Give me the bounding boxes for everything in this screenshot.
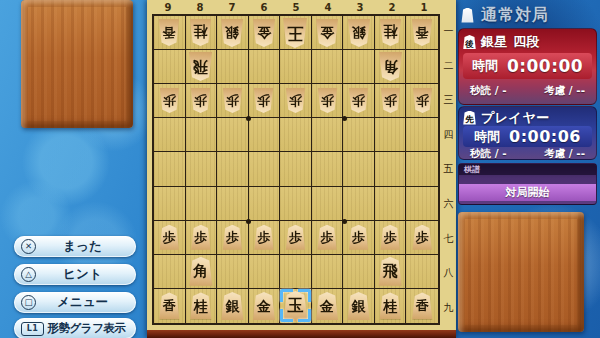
player-time-value: 0:00:06: [509, 127, 581, 146]
square-1八[interactable]: [406, 255, 438, 289]
player-thinking: 考慮 / --: [544, 147, 585, 161]
kifu-panel: 棋譜 対局開始: [458, 163, 597, 205]
gote-piece-桂[interactable]: 桂: [189, 19, 212, 46]
square-4五[interactable]: [312, 152, 344, 186]
gote-badge-icon: 後: [463, 35, 476, 49]
kifu-entry-game-start[interactable]: 対局開始: [459, 184, 596, 201]
gote-piece-飛[interactable]: 飛: [188, 52, 213, 81]
rank-label-9: 九: [441, 290, 456, 325]
rank-label-8: 八: [441, 256, 456, 291]
square-1四[interactable]: [406, 118, 438, 152]
square-2五[interactable]: [375, 152, 407, 186]
gote-piece-銀[interactable]: 銀: [347, 19, 371, 47]
square-3九[interactable]: 銀: [343, 289, 375, 323]
square-button-icon: □: [21, 295, 36, 310]
board-grid: 香桂銀金王金銀桂香飛角歩歩歩歩歩歩歩歩歩歩歩歩歩歩歩歩歩歩角飛香桂銀金玉金銀桂香: [152, 14, 440, 325]
kifu-header: 棋譜: [459, 164, 596, 175]
sente-piece-金[interactable]: 金: [252, 292, 276, 320]
square-4六[interactable]: [312, 187, 344, 221]
square-3八[interactable]: [343, 255, 375, 289]
square-5二[interactable]: [280, 50, 312, 84]
square-2七[interactable]: 歩: [375, 221, 407, 255]
square-4四[interactable]: [312, 118, 344, 152]
square-9三[interactable]: 歩: [154, 84, 186, 118]
square-3一[interactable]: 銀: [343, 16, 375, 50]
player-byoyomi: 秒読 / -: [470, 147, 507, 161]
square-7六[interactable]: [217, 187, 249, 221]
file-label-2: 2: [376, 0, 408, 14]
square-1五[interactable]: [406, 152, 438, 186]
rank-label-5: 五: [441, 152, 456, 187]
gote-piece-香[interactable]: 香: [411, 19, 433, 46]
square-2二[interactable]: 角: [375, 50, 407, 84]
sente-piece-歩[interactable]: 歩: [412, 225, 433, 250]
square-9八[interactable]: [154, 255, 186, 289]
square-7四[interactable]: [217, 118, 249, 152]
sente-piece-銀[interactable]: 銀: [220, 292, 244, 320]
square-3六[interactable]: [343, 187, 375, 221]
sente-piece-金[interactable]: 金: [315, 292, 339, 320]
square-6六[interactable]: [249, 187, 281, 221]
matta-button[interactable]: ✕ まった: [14, 236, 136, 257]
sente-piece-歩[interactable]: 歩: [380, 225, 401, 250]
sente-piece-桂[interactable]: 桂: [379, 292, 402, 319]
hoshi-dot: [246, 116, 251, 121]
gote-piece-歩[interactable]: 歩: [317, 88, 338, 113]
square-8五[interactable]: [186, 152, 218, 186]
gote-piece-金[interactable]: 金: [315, 19, 339, 47]
sente-piece-飛[interactable]: 飛: [378, 257, 403, 286]
gote-piece-王[interactable]: 王: [282, 18, 308, 48]
square-9七[interactable]: 歩: [154, 221, 186, 255]
square-2九[interactable]: 桂: [375, 289, 407, 323]
sente-piece-歩[interactable]: 歩: [253, 225, 274, 250]
square-5五[interactable]: [280, 152, 312, 186]
gote-piece-歩[interactable]: 歩: [222, 88, 243, 113]
square-7七[interactable]: 歩: [217, 221, 249, 255]
opponent-byoyomi-row: 秒読 / - 考慮 / --: [463, 79, 592, 102]
square-6五[interactable]: [249, 152, 281, 186]
square-9二[interactable]: [154, 50, 186, 84]
cross-button-icon: ✕: [21, 239, 36, 254]
square-4三[interactable]: 歩: [312, 84, 344, 118]
sente-piece-桂[interactable]: 桂: [189, 292, 212, 319]
menu-button-label: メニュー: [36, 294, 129, 311]
square-8七[interactable]: 歩: [186, 221, 218, 255]
square-1九[interactable]: 香: [406, 289, 438, 323]
file-label-9: 9: [152, 0, 184, 14]
file-label-1: 1: [408, 0, 440, 14]
square-5七[interactable]: 歩: [280, 221, 312, 255]
square-4八[interactable]: [312, 255, 344, 289]
square-9九[interactable]: 香: [154, 289, 186, 323]
square-9四[interactable]: [154, 118, 186, 152]
file-labels: 987654321: [152, 0, 440, 14]
rank-label-7: 七: [441, 221, 456, 256]
sente-piece-香[interactable]: 香: [158, 292, 180, 319]
square-6八[interactable]: [249, 255, 281, 289]
square-1二[interactable]: [406, 50, 438, 84]
square-5六[interactable]: [280, 187, 312, 221]
sente-piece-歩[interactable]: 歩: [222, 225, 243, 250]
square-1六[interactable]: [406, 187, 438, 221]
square-6三[interactable]: 歩: [249, 84, 281, 118]
square-5四[interactable]: [280, 118, 312, 152]
square-5一[interactable]: 王: [280, 16, 312, 50]
square-8九[interactable]: 桂: [186, 289, 218, 323]
menu-button[interactable]: □ メニュー: [14, 292, 136, 313]
square-3二[interactable]: [343, 50, 375, 84]
square-5九[interactable]: 玉: [280, 289, 312, 323]
sente-piece-歩[interactable]: 歩: [285, 225, 306, 250]
hint-button[interactable]: △ ヒント: [14, 264, 136, 285]
gote-piece-歩[interactable]: 歩: [253, 88, 274, 113]
rank-labels: 一二三四五六七八九: [441, 14, 456, 325]
hoshi-dot: [342, 116, 347, 121]
sente-badge-icon: 先: [463, 111, 476, 125]
triangle-button-icon: △: [21, 267, 36, 282]
rank-label-2: 二: [441, 49, 456, 84]
opponent-name: 銀星 四段: [481, 33, 540, 51]
board-bottom-edge: [147, 330, 456, 338]
opponent-time-value: 0:00:00: [507, 56, 583, 76]
square-8二[interactable]: 飛: [186, 50, 218, 84]
sente-piece-香[interactable]: 香: [411, 292, 433, 319]
opponent-thinking: 考慮 / --: [544, 84, 585, 98]
square-5八[interactable]: [280, 255, 312, 289]
gote-piece-歩[interactable]: 歩: [159, 88, 180, 113]
gote-piece-金[interactable]: 金: [252, 19, 276, 47]
square-7八[interactable]: [217, 255, 249, 289]
matta-button-label: まった: [36, 238, 129, 255]
square-5三[interactable]: 歩: [280, 84, 312, 118]
file-label-5: 5: [280, 0, 312, 14]
player-time-label: 時間: [474, 128, 500, 146]
shogi-game-screen: 987654321 香桂銀金王金銀桂香飛角歩歩歩歩歩歩歩歩歩歩歩歩歩歩歩歩歩歩角…: [0, 0, 600, 338]
shogi-board: 987654321 香桂銀金王金銀桂香飛角歩歩歩歩歩歩歩歩歩歩歩歩歩歩歩歩歩歩角…: [147, 0, 456, 338]
square-3三[interactable]: 歩: [343, 84, 375, 118]
hint-button-label: ヒント: [36, 266, 129, 283]
square-6四[interactable]: [249, 118, 281, 152]
square-8三[interactable]: 歩: [186, 84, 218, 118]
opponent-time-row: 時間 0:00:00: [463, 53, 592, 79]
opponent-info-panel: 後 銀星 四段 時間 0:00:00 秒読 / - 考慮 / --: [458, 28, 597, 105]
player-byoyomi-row: 秒読 / - 考慮 / --: [463, 147, 592, 160]
square-2一[interactable]: 桂: [375, 16, 407, 50]
square-2八[interactable]: 飛: [375, 255, 407, 289]
square-8六[interactable]: [186, 187, 218, 221]
file-label-6: 6: [248, 0, 280, 14]
graph-display-button-label: 形勢グラフ表示: [44, 321, 129, 336]
sente-piece-歩[interactable]: 歩: [317, 225, 338, 250]
square-7一[interactable]: 銀: [217, 16, 249, 50]
sente-captured-piece-tray: [458, 212, 584, 332]
player-info-panel: 先 プレイヤー 時間 0:00:06 秒読 / - 考慮 / --: [458, 106, 597, 160]
square-7五[interactable]: [217, 152, 249, 186]
square-7九[interactable]: 銀: [217, 289, 249, 323]
file-label-8: 8: [184, 0, 216, 14]
rank-label-6: 六: [441, 187, 456, 222]
opponent-byoyomi: 秒読 / -: [470, 84, 507, 98]
rank-label-3: 三: [441, 83, 456, 118]
sente-piece-角[interactable]: 角: [188, 257, 213, 286]
square-4九[interactable]: 金: [312, 289, 344, 323]
square-3四[interactable]: [343, 118, 375, 152]
gote-piece-桂[interactable]: 桂: [379, 19, 402, 46]
gote-piece-歩[interactable]: 歩: [380, 88, 401, 113]
gote-piece-角[interactable]: 角: [378, 52, 403, 81]
sente-piece-銀[interactable]: 銀: [347, 292, 371, 320]
sente-piece-玉[interactable]: 玉: [282, 291, 308, 321]
square-4二[interactable]: [312, 50, 344, 84]
square-9一[interactable]: 香: [154, 16, 186, 50]
square-1七[interactable]: 歩: [406, 221, 438, 255]
rank-label-1: 一: [441, 14, 456, 49]
square-2三[interactable]: 歩: [375, 84, 407, 118]
rank-label-4: 四: [441, 118, 456, 153]
mode-title: 通常対局: [481, 5, 549, 26]
square-9六[interactable]: [154, 187, 186, 221]
square-6一[interactable]: 金: [249, 16, 281, 50]
square-9五[interactable]: [154, 152, 186, 186]
square-3七[interactable]: 歩: [343, 221, 375, 255]
graph-display-button[interactable]: L1 形勢グラフ表示: [14, 318, 136, 338]
l1-button-icon: L1: [21, 322, 44, 336]
player-name: プレイヤー: [481, 109, 550, 127]
file-label-3: 3: [344, 0, 376, 14]
square-3五[interactable]: [343, 152, 375, 186]
gote-piece-歩[interactable]: 歩: [285, 88, 306, 113]
square-4一[interactable]: 金: [312, 16, 344, 50]
opponent-time-label: 時間: [472, 57, 498, 75]
mode-header: 通常対局: [461, 3, 597, 27]
square-6七[interactable]: 歩: [249, 221, 281, 255]
square-4七[interactable]: 歩: [312, 221, 344, 255]
square-2四[interactable]: [375, 118, 407, 152]
square-7三[interactable]: 歩: [217, 84, 249, 118]
file-label-4: 4: [312, 0, 344, 14]
gote-piece-歩[interactable]: 歩: [412, 88, 433, 113]
square-8四[interactable]: [186, 118, 218, 152]
square-8一[interactable]: 桂: [186, 16, 218, 50]
gote-piece-香[interactable]: 香: [158, 19, 180, 46]
sente-piece-歩[interactable]: 歩: [159, 225, 180, 250]
sente-piece-歩[interactable]: 歩: [348, 225, 369, 250]
square-1三[interactable]: 歩: [406, 84, 438, 118]
square-8八[interactable]: 角: [186, 255, 218, 289]
gote-piece-歩[interactable]: 歩: [348, 88, 369, 113]
square-6九[interactable]: 金: [249, 289, 281, 323]
square-6二[interactable]: [249, 50, 281, 84]
player-time-row: 時間 0:00:06: [463, 126, 592, 147]
gote-piece-歩[interactable]: 歩: [190, 88, 211, 113]
sente-piece-歩[interactable]: 歩: [190, 225, 211, 250]
file-label-7: 7: [216, 0, 248, 14]
square-1一[interactable]: 香: [406, 16, 438, 50]
shogi-piece-icon: [461, 8, 474, 23]
gote-captured-piece-tray: [21, 0, 133, 128]
square-7二[interactable]: [217, 50, 249, 84]
square-2六[interactable]: [375, 187, 407, 221]
gote-piece-銀[interactable]: 銀: [220, 19, 244, 47]
